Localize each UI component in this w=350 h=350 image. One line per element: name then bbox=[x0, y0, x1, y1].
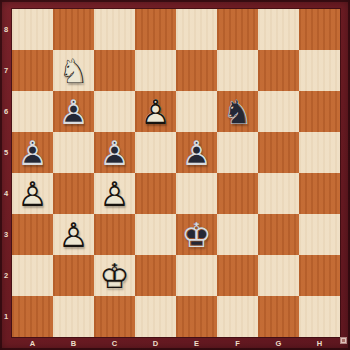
square-h8[interactable] bbox=[299, 9, 340, 50]
rank-label-8: 8 bbox=[0, 9, 12, 50]
square-b5[interactable] bbox=[53, 132, 94, 173]
black-pawn-c5: ♟♙ bbox=[94, 132, 135, 173]
square-f5[interactable] bbox=[217, 132, 258, 173]
black-pawn-outline-icon: ♙ bbox=[176, 132, 217, 173]
rank-label-2: 2 bbox=[0, 255, 12, 296]
white-pawn-outline-icon: ♙ bbox=[94, 173, 135, 214]
square-c2[interactable]: ♚♔ bbox=[94, 255, 135, 296]
white-pawn-b3: ♟♙ bbox=[53, 214, 94, 255]
rank-label-7: 7 bbox=[0, 50, 12, 91]
square-g7[interactable] bbox=[258, 50, 299, 91]
square-e1[interactable] bbox=[176, 296, 217, 337]
white-pawn-d6: ♟♙ bbox=[135, 91, 176, 132]
file-label-g: G bbox=[258, 337, 299, 350]
rank-label-6: 6 bbox=[0, 91, 12, 132]
black-king-e3: ♚♔ bbox=[176, 214, 217, 255]
corner-logo-icon bbox=[340, 337, 347, 344]
rank-label-3: 3 bbox=[0, 214, 12, 255]
square-b7[interactable]: ♞♘ bbox=[53, 50, 94, 91]
square-b8[interactable] bbox=[53, 9, 94, 50]
square-e2[interactable] bbox=[176, 255, 217, 296]
black-pawn-fill-icon: ♟ bbox=[53, 91, 94, 132]
square-d5[interactable] bbox=[135, 132, 176, 173]
square-a1[interactable] bbox=[12, 296, 53, 337]
square-a4[interactable]: ♟♙ bbox=[12, 173, 53, 214]
square-h3[interactable] bbox=[299, 214, 340, 255]
square-c5[interactable]: ♟♙ bbox=[94, 132, 135, 173]
square-a7[interactable] bbox=[12, 50, 53, 91]
white-pawn-outline-icon: ♙ bbox=[12, 173, 53, 214]
square-d3[interactable] bbox=[135, 214, 176, 255]
square-f7[interactable] bbox=[217, 50, 258, 91]
square-c4[interactable]: ♟♙ bbox=[94, 173, 135, 214]
file-labels: ABCDEFGH bbox=[12, 337, 340, 350]
file-label-c: C bbox=[94, 337, 135, 350]
square-b2[interactable] bbox=[53, 255, 94, 296]
black-king-outline-icon: ♔ bbox=[176, 214, 217, 255]
square-h2[interactable] bbox=[299, 255, 340, 296]
square-c8[interactable] bbox=[94, 9, 135, 50]
square-d7[interactable] bbox=[135, 50, 176, 91]
square-b4[interactable] bbox=[53, 173, 94, 214]
white-pawn-fill-icon: ♟ bbox=[94, 173, 135, 214]
white-pawn-fill-icon: ♟ bbox=[53, 214, 94, 255]
black-pawn-a5: ♟♙ bbox=[12, 132, 53, 173]
board-frame: 87654321 ♞♘♟♙♟♙♞♘♟♙♟♙♟♙♟♙♟♙♟♙♚♔♚♔ ABCDEF… bbox=[0, 0, 350, 350]
square-a6[interactable] bbox=[12, 91, 53, 132]
square-e8[interactable] bbox=[176, 9, 217, 50]
square-e7[interactable] bbox=[176, 50, 217, 91]
square-e5[interactable]: ♟♙ bbox=[176, 132, 217, 173]
white-king-fill-icon: ♚ bbox=[94, 255, 135, 296]
square-h7[interactable] bbox=[299, 50, 340, 91]
white-knight-outline-icon: ♘ bbox=[53, 50, 94, 91]
black-pawn-outline-icon: ♙ bbox=[12, 132, 53, 173]
square-h5[interactable] bbox=[299, 132, 340, 173]
square-g2[interactable] bbox=[258, 255, 299, 296]
chess-board: ♞♘♟♙♟♙♞♘♟♙♟♙♟♙♟♙♟♙♟♙♚♔♚♔ bbox=[12, 9, 340, 337]
square-f4[interactable] bbox=[217, 173, 258, 214]
black-knight-fill-icon: ♞ bbox=[217, 91, 258, 132]
square-e6[interactable] bbox=[176, 91, 217, 132]
square-c7[interactable] bbox=[94, 50, 135, 91]
square-a3[interactable] bbox=[12, 214, 53, 255]
file-label-f: F bbox=[217, 337, 258, 350]
square-g4[interactable] bbox=[258, 173, 299, 214]
square-e4[interactable] bbox=[176, 173, 217, 214]
file-label-b: B bbox=[53, 337, 94, 350]
square-b6[interactable]: ♟♙ bbox=[53, 91, 94, 132]
rank-label-4: 4 bbox=[0, 173, 12, 214]
square-f3[interactable] bbox=[217, 214, 258, 255]
square-f1[interactable] bbox=[217, 296, 258, 337]
square-a8[interactable] bbox=[12, 9, 53, 50]
square-d8[interactable] bbox=[135, 9, 176, 50]
black-pawn-outline-icon: ♙ bbox=[53, 91, 94, 132]
white-knight-b7: ♞♘ bbox=[53, 50, 94, 91]
rank-labels: 87654321 bbox=[0, 9, 12, 337]
white-pawn-a4: ♟♙ bbox=[12, 173, 53, 214]
black-pawn-e5: ♟♙ bbox=[176, 132, 217, 173]
square-d2[interactable] bbox=[135, 255, 176, 296]
black-knight-outline-icon: ♘ bbox=[217, 91, 258, 132]
square-d4[interactable] bbox=[135, 173, 176, 214]
white-king-c2: ♚♔ bbox=[94, 255, 135, 296]
square-c1[interactable] bbox=[94, 296, 135, 337]
square-g1[interactable] bbox=[258, 296, 299, 337]
black-pawn-outline-icon: ♙ bbox=[94, 132, 135, 173]
square-f2[interactable] bbox=[217, 255, 258, 296]
white-pawn-c4: ♟♙ bbox=[94, 173, 135, 214]
square-f6[interactable]: ♞♘ bbox=[217, 91, 258, 132]
white-pawn-outline-icon: ♙ bbox=[135, 91, 176, 132]
square-h4[interactable] bbox=[299, 173, 340, 214]
square-a2[interactable] bbox=[12, 255, 53, 296]
square-e3[interactable]: ♚♔ bbox=[176, 214, 217, 255]
square-f8[interactable] bbox=[217, 9, 258, 50]
black-pawn-fill-icon: ♟ bbox=[12, 132, 53, 173]
square-h6[interactable] bbox=[299, 91, 340, 132]
white-knight-fill-icon: ♞ bbox=[53, 50, 94, 91]
square-a5[interactable]: ♟♙ bbox=[12, 132, 53, 173]
black-knight-f6: ♞♘ bbox=[217, 91, 258, 132]
file-label-e: E bbox=[176, 337, 217, 350]
black-pawn-fill-icon: ♟ bbox=[176, 132, 217, 173]
square-b1[interactable] bbox=[53, 296, 94, 337]
black-pawn-b6: ♟♙ bbox=[53, 91, 94, 132]
square-g5[interactable] bbox=[258, 132, 299, 173]
square-g3[interactable] bbox=[258, 214, 299, 255]
file-label-d: D bbox=[135, 337, 176, 350]
square-c3[interactable] bbox=[94, 214, 135, 255]
black-king-fill-icon: ♚ bbox=[176, 214, 217, 255]
white-pawn-outline-icon: ♙ bbox=[53, 214, 94, 255]
square-g8[interactable] bbox=[258, 9, 299, 50]
rank-label-5: 5 bbox=[0, 132, 12, 173]
square-h1[interactable] bbox=[299, 296, 340, 337]
square-g6[interactable] bbox=[258, 91, 299, 132]
white-king-outline-icon: ♔ bbox=[94, 255, 135, 296]
white-pawn-fill-icon: ♟ bbox=[135, 91, 176, 132]
file-label-h: H bbox=[299, 337, 340, 350]
square-c6[interactable] bbox=[94, 91, 135, 132]
rank-label-1: 1 bbox=[0, 296, 12, 337]
file-label-a: A bbox=[12, 337, 53, 350]
white-pawn-fill-icon: ♟ bbox=[12, 173, 53, 214]
black-pawn-fill-icon: ♟ bbox=[94, 132, 135, 173]
square-d1[interactable] bbox=[135, 296, 176, 337]
square-b3[interactable]: ♟♙ bbox=[53, 214, 94, 255]
square-d6[interactable]: ♟♙ bbox=[135, 91, 176, 132]
